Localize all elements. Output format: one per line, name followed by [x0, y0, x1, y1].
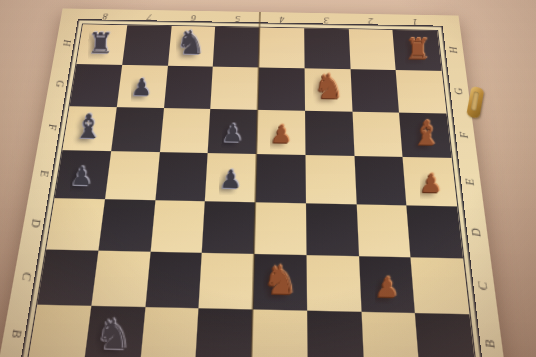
square-c8[interactable]: [37, 249, 98, 305]
square-b2[interactable]: [361, 311, 420, 357]
square-e2[interactable]: [354, 156, 407, 205]
square-b1[interactable]: [415, 312, 476, 357]
square-h7[interactable]: [122, 25, 171, 65]
square-f1[interactable]: [399, 112, 451, 158]
square-g3[interactable]: [304, 68, 352, 111]
square-e5[interactable]: [205, 153, 256, 202]
square-g7[interactable]: [117, 65, 168, 108]
square-e1[interactable]: [403, 157, 457, 206]
square-f8[interactable]: [62, 106, 116, 152]
square-e4[interactable]: [255, 154, 305, 203]
square-g4[interactable]: [258, 67, 305, 110]
square-e3[interactable]: [305, 155, 356, 204]
coord-label-7: 7: [126, 10, 172, 24]
square-h5[interactable]: [213, 27, 260, 67]
square-c5[interactable]: [199, 253, 254, 309]
square-g2[interactable]: [350, 69, 399, 112]
square-d6[interactable]: [150, 200, 205, 252]
square-f7[interactable]: [111, 107, 164, 153]
coord-label-6: 6: [171, 11, 216, 25]
coord-label-5: 5: [215, 12, 260, 26]
square-d7[interactable]: [98, 199, 155, 251]
square-b4[interactable]: [251, 309, 307, 357]
square-h2[interactable]: [348, 29, 396, 70]
square-f2[interactable]: [352, 111, 403, 157]
square-h4[interactable]: [259, 28, 305, 68]
square-g1[interactable]: [396, 70, 447, 113]
square-f6[interactable]: [159, 108, 210, 154]
square-h6[interactable]: [167, 26, 215, 66]
square-c3[interactable]: [306, 255, 361, 311]
square-d3[interactable]: [306, 203, 359, 256]
square-c2[interactable]: [358, 256, 415, 313]
square-h1[interactable]: [393, 30, 442, 71]
board-playfield: ♜♞♜♟♞♝♟♟♝♟♟♟♞♟♞♜♜: [16, 24, 485, 357]
square-c1[interactable]: [411, 257, 470, 314]
board-grid: [17, 24, 483, 357]
square-d2[interactable]: [356, 204, 411, 257]
coord-label-1: 1: [392, 15, 438, 29]
coord-label-2: 2: [348, 14, 393, 28]
coord-label-8: 8: [82, 10, 128, 24]
square-b8[interactable]: [28, 304, 91, 357]
square-d8[interactable]: [46, 198, 104, 250]
square-h3[interactable]: [304, 28, 350, 69]
square-e7[interactable]: [105, 151, 160, 200]
square-g5[interactable]: [211, 66, 259, 109]
square-h8[interactable]: [77, 24, 128, 64]
square-g6[interactable]: [164, 66, 213, 109]
photo-scene: 87654321 87654321 HGFEDCBA HGFEDCBA ♜♞♜♟…: [0, 0, 536, 357]
square-d4[interactable]: [254, 202, 306, 254]
square-c7[interactable]: [91, 250, 150, 306]
square-b6[interactable]: [139, 306, 198, 357]
square-b7[interactable]: [84, 305, 145, 357]
square-c6[interactable]: [145, 251, 202, 307]
square-b5[interactable]: [195, 308, 252, 357]
square-e8[interactable]: [55, 150, 111, 199]
coord-label-3: 3: [304, 14, 349, 28]
square-e6[interactable]: [155, 152, 208, 201]
square-f3[interactable]: [305, 110, 354, 156]
square-d5[interactable]: [202, 201, 255, 253]
square-g8[interactable]: [70, 64, 122, 107]
chess-board: 87654321 87654321 HGFEDCBA HGFEDCBA ♜♞♜♟…: [0, 8, 519, 357]
square-c4[interactable]: [253, 254, 307, 310]
coord-label-4: 4: [260, 13, 305, 27]
square-f5[interactable]: [208, 108, 258, 154]
square-d1[interactable]: [407, 205, 463, 258]
square-b3[interactable]: [307, 310, 364, 357]
square-f4[interactable]: [257, 109, 306, 155]
